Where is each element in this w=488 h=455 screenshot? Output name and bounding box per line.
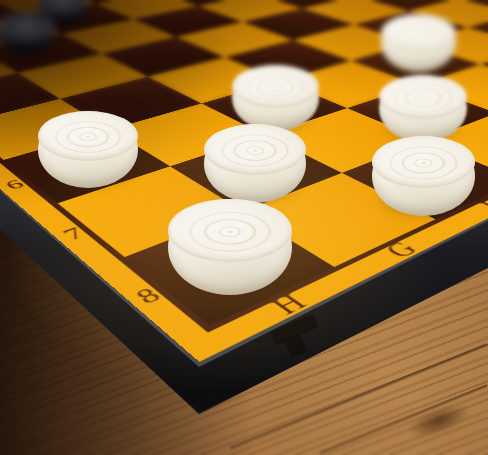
photo-checkers-board: 12345678 HGFEDCBA xyxy=(0,0,488,455)
